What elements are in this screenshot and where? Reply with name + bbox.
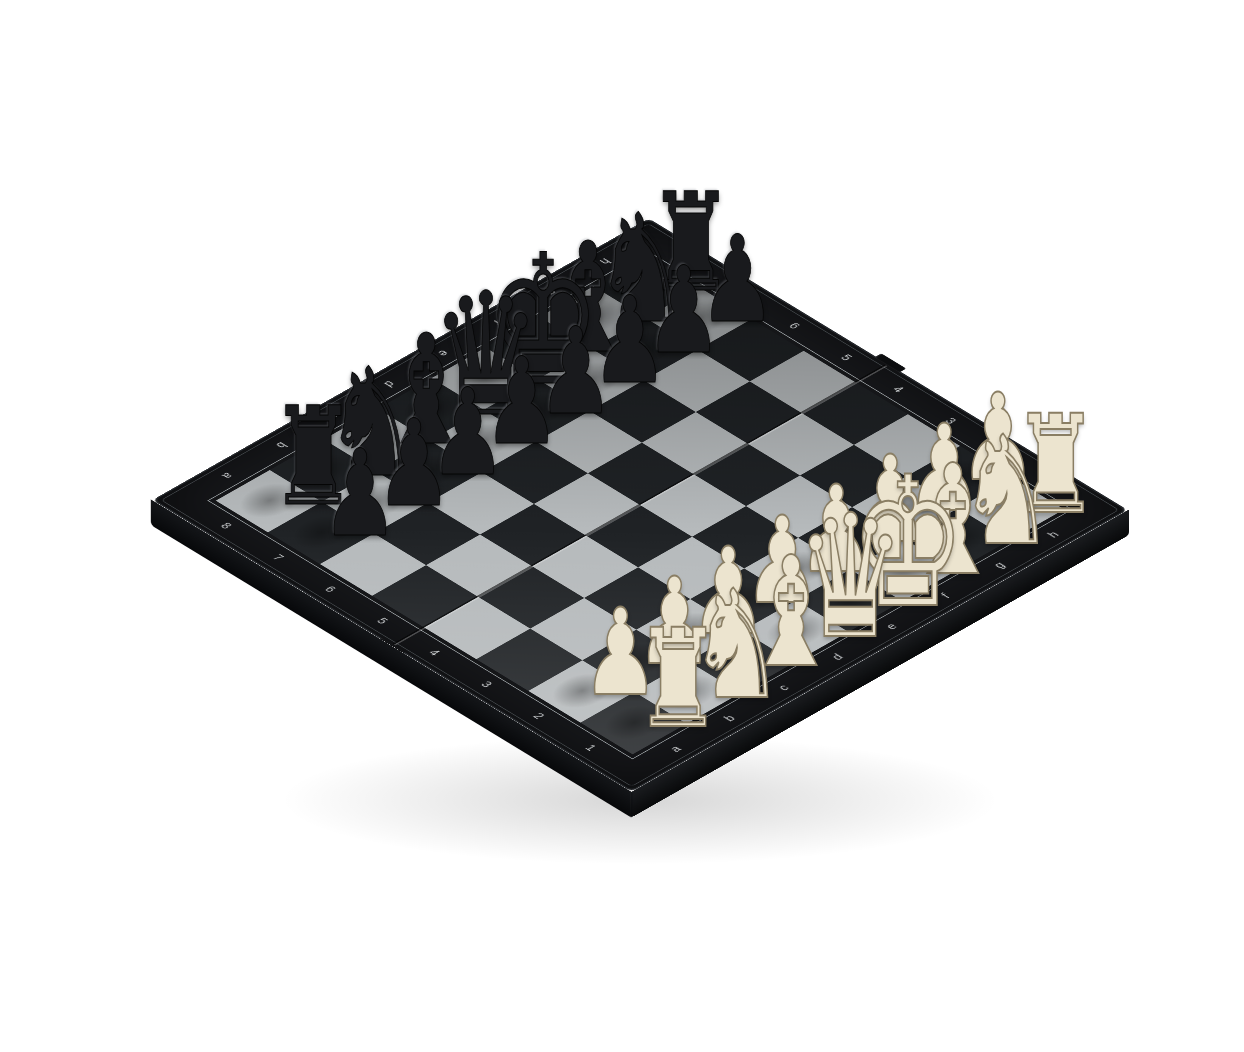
product-photo: abcdefgh abcdefgh 87654321 87654321 ♜♞♝♛… (0, 0, 1244, 1052)
chess-board: abcdefgh abcdefgh 87654321 87654321 ♜♞♝♛… (152, 218, 1128, 791)
